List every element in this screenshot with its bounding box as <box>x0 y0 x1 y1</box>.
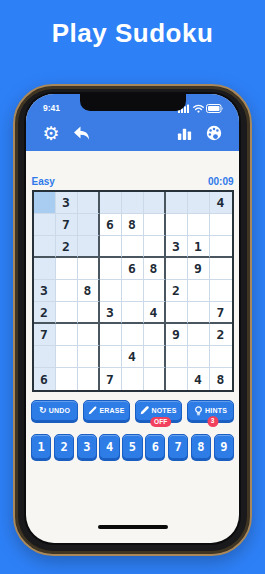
undo-button[interactable]: ↻ UNDO <box>31 400 78 421</box>
cell-r8c8[interactable] <box>188 346 210 368</box>
wifi-icon <box>193 104 204 113</box>
cell-r8c6[interactable] <box>144 346 166 368</box>
game-area: Easy 00:09 34768231689382234779246748 ↻ … <box>26 151 239 543</box>
cell-r2c1[interactable] <box>34 214 56 236</box>
cell-r3c2[interactable]: 2 <box>56 236 78 258</box>
cell-r1c1[interactable] <box>34 192 56 214</box>
cell-r3c4[interactable] <box>100 236 122 258</box>
cell-r6c4[interactable]: 3 <box>100 302 122 324</box>
cell-r2c8[interactable] <box>188 214 210 236</box>
cell-r9c6[interactable] <box>144 368 166 390</box>
numpad-9[interactable]: 9 <box>214 434 234 459</box>
cell-r2c5[interactable]: 8 <box>122 214 144 236</box>
cell-r5c7[interactable]: 2 <box>166 280 188 302</box>
cell-r7c9[interactable]: 2 <box>210 324 232 346</box>
cell-r8c4[interactable] <box>100 346 122 368</box>
cell-r6c1[interactable]: 2 <box>34 302 56 324</box>
theme-button[interactable] <box>202 121 226 145</box>
cell-r7c2[interactable] <box>56 324 78 346</box>
erase-label: ERASE <box>99 407 124 414</box>
cell-r1c2[interactable]: 3 <box>56 192 78 214</box>
cell-r7c3[interactable] <box>78 324 100 346</box>
cell-r8c3[interactable] <box>78 346 100 368</box>
toolbar: ⚙ <box>26 114 239 152</box>
cell-r4c2[interactable] <box>56 258 78 280</box>
cell-r1c7[interactable] <box>166 192 188 214</box>
cell-r5c6[interactable] <box>144 280 166 302</box>
cell-r5c5[interactable] <box>122 280 144 302</box>
gear-icon: ⚙ <box>42 124 59 143</box>
cell-r8c2[interactable] <box>56 346 78 368</box>
cell-r8c9[interactable] <box>210 346 232 368</box>
cell-r2c2[interactable]: 7 <box>56 214 78 236</box>
cell-r8c1[interactable] <box>34 346 56 368</box>
cell-r5c4[interactable] <box>100 280 122 302</box>
cell-r4c1[interactable] <box>34 258 56 280</box>
cell-r4c6[interactable]: 8 <box>144 258 166 280</box>
cell-r9c3[interactable] <box>78 368 100 390</box>
cell-r7c4[interactable] <box>100 324 122 346</box>
cell-r9c1[interactable]: 6 <box>34 368 56 390</box>
timer-label: 00:09 <box>208 176 234 187</box>
cell-r3c6[interactable] <box>144 236 166 258</box>
numpad-8[interactable]: 8 <box>191 434 211 459</box>
cell-r4c5[interactable]: 6 <box>122 258 144 280</box>
cell-r8c5[interactable]: 4 <box>122 346 144 368</box>
cell-r7c8[interactable] <box>188 324 210 346</box>
erase-button[interactable]: ERASE <box>83 400 130 421</box>
cell-r7c7[interactable]: 9 <box>166 324 188 346</box>
numpad: 123456789 <box>31 434 234 459</box>
phone-screen: 9:41 <box>26 94 239 543</box>
eraser-pencil-icon <box>88 406 97 415</box>
cell-r1c9[interactable]: 4 <box>210 192 232 214</box>
cell-r7c6[interactable] <box>144 324 166 346</box>
numpad-7[interactable]: 7 <box>168 434 188 459</box>
phone-notch <box>80 94 186 111</box>
cell-r5c1[interactable]: 3 <box>34 280 56 302</box>
statistics-button[interactable] <box>172 121 196 145</box>
cell-r6c6[interactable]: 4 <box>144 302 166 324</box>
status-icons <box>178 104 224 113</box>
cell-r4c4[interactable] <box>100 258 122 280</box>
cell-r9c4[interactable]: 7 <box>100 368 122 390</box>
undo-circular-arrow-icon: ↻ <box>39 406 47 415</box>
cell-r9c2[interactable] <box>56 368 78 390</box>
cell-r2c4[interactable]: 6 <box>100 214 122 236</box>
palette-icon <box>205 124 223 142</box>
cell-r3c7[interactable]: 3 <box>166 236 188 258</box>
cell-r2c3[interactable] <box>78 214 100 236</box>
numpad-6[interactable]: 6 <box>145 434 165 459</box>
cell-r9c5[interactable] <box>122 368 144 390</box>
cell-r3c1[interactable] <box>34 236 56 258</box>
cell-r4c9[interactable] <box>210 258 232 280</box>
numpad-3[interactable]: 3 <box>77 434 97 459</box>
page-background: Play Sudoku 9:41 <box>0 0 265 574</box>
cell-r4c3[interactable] <box>78 258 100 280</box>
back-button[interactable] <box>69 121 93 145</box>
cell-r9c9[interactable]: 8 <box>210 368 232 390</box>
cell-r5c2[interactable] <box>56 280 78 302</box>
cell-r2c6[interactable] <box>144 214 166 236</box>
cell-r8c7[interactable] <box>166 346 188 368</box>
cell-r1c8[interactable] <box>188 192 210 214</box>
cell-r3c8[interactable]: 1 <box>188 236 210 258</box>
battery-icon <box>206 104 224 113</box>
cell-r7c1[interactable]: 7 <box>34 324 56 346</box>
cell-r7c5[interactable] <box>122 324 144 346</box>
difficulty-label: Easy <box>32 176 55 187</box>
cell-r6c2[interactable] <box>56 302 78 324</box>
cell-r5c3[interactable]: 8 <box>78 280 100 302</box>
lightbulb-icon <box>194 406 203 416</box>
hints-label: HINTS <box>205 407 227 414</box>
cell-r6c3[interactable] <box>78 302 100 324</box>
home-indicator[interactable] <box>98 525 168 529</box>
numpad-4[interactable]: 4 <box>99 434 119 459</box>
cell-r5c8[interactable] <box>188 280 210 302</box>
page-title: Play Sudoku <box>0 18 265 49</box>
back-arrow-icon <box>72 124 91 142</box>
cell-r3c9[interactable] <box>210 236 232 258</box>
sudoku-grid: 34768231689382234779246748 <box>32 190 234 392</box>
game-meta: Easy 00:09 <box>32 176 234 187</box>
cell-r6c8[interactable] <box>188 302 210 324</box>
cell-r4c7[interactable] <box>166 258 188 280</box>
cell-r2c9[interactable] <box>210 214 232 236</box>
cell-r9c7[interactable] <box>166 368 188 390</box>
hints-button[interactable]: HINTS 3 <box>187 400 234 421</box>
cell-r6c9[interactable]: 7 <box>210 302 232 324</box>
numpad-5[interactable]: 5 <box>122 434 142 459</box>
hints-count-badge: 3 <box>207 416 218 427</box>
notes-label: NOTES <box>151 407 176 414</box>
cell-r1c4[interactable] <box>100 192 122 214</box>
cell-r5c9[interactable] <box>210 280 232 302</box>
status-time: 9:41 <box>43 103 60 113</box>
cell-r1c6[interactable] <box>144 192 166 214</box>
cell-r6c7[interactable] <box>166 302 188 324</box>
cell-r9c8[interactable]: 4 <box>188 368 210 390</box>
cell-r3c5[interactable] <box>122 236 144 258</box>
cell-r2c7[interactable] <box>166 214 188 236</box>
cell-r1c3[interactable] <box>78 192 100 214</box>
phone-frame: 9:41 <box>13 84 252 556</box>
control-buttons: ↻ UNDO ERASE NOTES OFF <box>31 400 234 421</box>
cell-r4c8[interactable]: 9 <box>188 258 210 280</box>
settings-button[interactable]: ⚙ <box>39 121 63 145</box>
cell-r6c5[interactable] <box>122 302 144 324</box>
numpad-2[interactable]: 2 <box>54 434 74 459</box>
notes-button[interactable]: NOTES OFF <box>135 400 182 421</box>
cell-r3c3[interactable] <box>78 236 100 258</box>
cell-r1c5[interactable] <box>122 192 144 214</box>
pen-icon <box>140 406 149 415</box>
notes-status-badge: OFF <box>150 417 172 428</box>
undo-label: UNDO <box>49 407 70 414</box>
bar-chart-icon <box>176 125 193 142</box>
numpad-1[interactable]: 1 <box>31 434 51 459</box>
